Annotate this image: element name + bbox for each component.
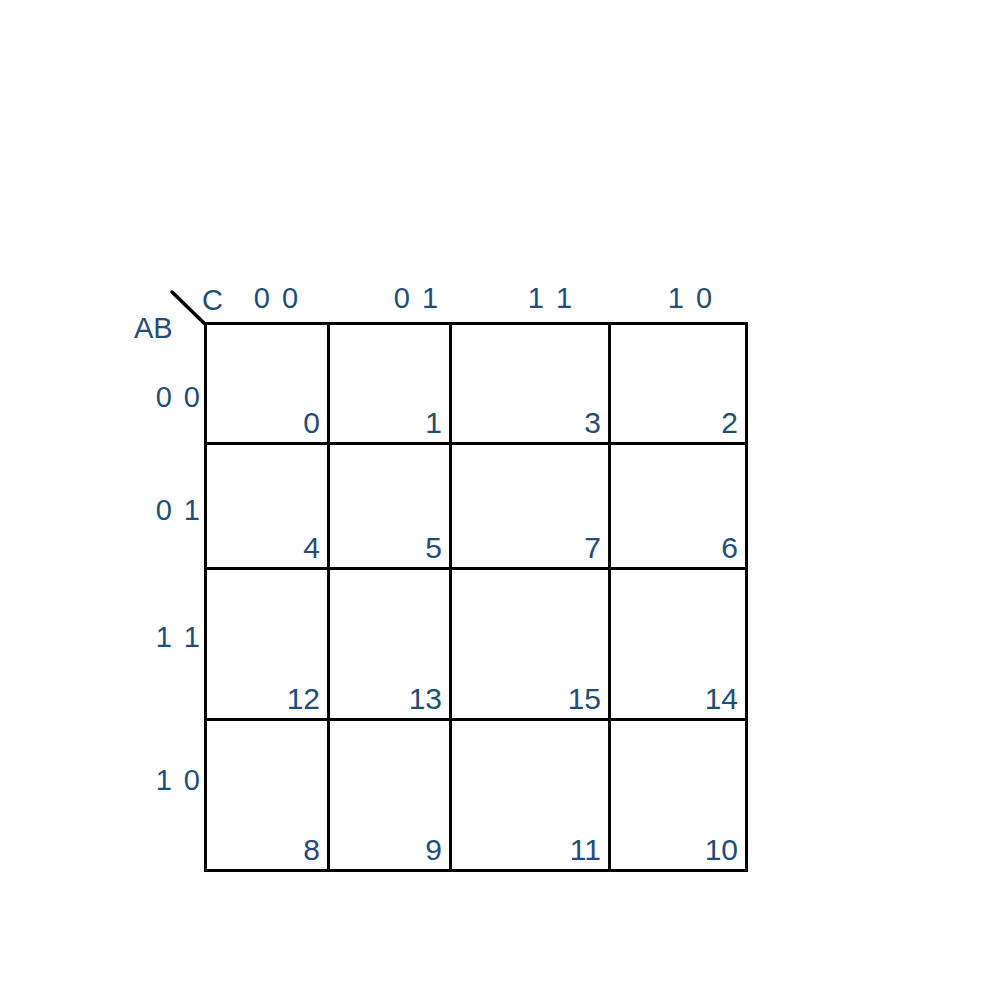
kmap-cell-m9[interactable]: 9 — [330, 721, 452, 869]
kmap-cell-m6[interactable]: 6 — [611, 445, 745, 570]
kmap-cell-m14[interactable]: 14 — [611, 570, 745, 721]
kmap-cell-m13[interactable]: 13 — [330, 570, 452, 721]
kmap-cell-m0[interactable]: 0 — [207, 325, 330, 445]
kmap-cell-m11[interactable]: 11 — [452, 721, 611, 869]
kmap-cell-m15[interactable]: 15 — [452, 570, 611, 721]
kmap-cell-m1[interactable]: 1 — [330, 325, 452, 445]
kmap-cell-m5[interactable]: 5 — [330, 445, 452, 570]
kmap-cell-m12[interactable]: 12 — [207, 570, 330, 721]
row-label-00: 0 0 — [128, 383, 202, 412]
kmap-cell-m2[interactable]: 2 — [611, 325, 745, 445]
kmap-cell-m4[interactable]: 4 — [207, 445, 330, 570]
row-label-11: 1 1 — [128, 623, 202, 652]
column-variable-label: C — [202, 286, 223, 315]
kmap-cell-m7[interactable]: 7 — [452, 445, 611, 570]
kmap-grid: 0 1 3 2 4 5 7 6 12 13 15 14 8 9 11 10 — [204, 322, 748, 872]
row-label-01: 0 1 — [128, 496, 202, 525]
row-variable-label: AB — [134, 314, 173, 343]
col-header-01: 0 1 — [394, 284, 440, 313]
kmap-cell-m3[interactable]: 3 — [452, 325, 611, 445]
kmap-cell-m10[interactable]: 10 — [611, 721, 745, 869]
col-header-10: 1 0 — [668, 284, 714, 313]
kmap-cell-m8[interactable]: 8 — [207, 721, 330, 869]
col-header-00: 0 0 — [254, 284, 300, 313]
kmap-diagram: C AB 0 0 0 1 1 1 1 0 0 0 0 1 1 1 1 0 0 1… — [0, 0, 1000, 1000]
col-header-11: 1 1 — [528, 284, 574, 313]
row-label-10: 1 0 — [128, 766, 202, 795]
